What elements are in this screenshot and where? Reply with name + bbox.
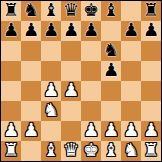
square-h3[interactable] (141, 101, 161, 121)
square-g4[interactable] (121, 81, 141, 101)
white-pawn-icon: ♟ (123, 121, 139, 140)
square-g8[interactable] (121, 1, 141, 21)
square-e1[interactable]: ♚ (81, 141, 101, 161)
square-e7[interactable]: ♟ (81, 21, 101, 41)
square-e4[interactable] (81, 81, 101, 101)
square-b8[interactable]: ♞ (21, 1, 41, 21)
square-e5[interactable] (81, 61, 101, 81)
square-e3[interactable] (81, 101, 101, 121)
black-pawn-icon: ♟ (143, 21, 159, 40)
square-c5[interactable] (41, 61, 61, 81)
black-knight-icon: ♞ (23, 1, 39, 20)
black-bishop-icon: ♝ (103, 1, 119, 20)
square-d4[interactable]: ♟ (61, 81, 81, 101)
square-h7[interactable]: ♟ (141, 21, 161, 41)
square-a6[interactable] (1, 41, 21, 61)
white-pawn-icon: ♟ (143, 121, 159, 140)
square-b4[interactable] (21, 81, 41, 101)
square-a8[interactable]: ♜ (1, 1, 21, 21)
white-pawn-icon: ♟ (43, 81, 59, 100)
white-pawn-icon: ♟ (103, 121, 119, 140)
square-b7[interactable]: ♟ (21, 21, 41, 41)
black-pawn-icon: ♟ (103, 61, 119, 80)
black-pawn-icon: ♟ (3, 21, 19, 40)
square-c1[interactable]: ♝ (41, 141, 61, 161)
square-g7[interactable]: ♟ (121, 21, 141, 41)
square-d6[interactable] (61, 41, 81, 61)
square-b1[interactable] (21, 141, 41, 161)
square-f8[interactable]: ♝ (101, 1, 121, 21)
black-pawn-icon: ♟ (63, 21, 79, 40)
white-pawn-icon: ♟ (83, 121, 99, 140)
white-pawn-icon: ♟ (63, 81, 79, 100)
square-g6[interactable] (121, 41, 141, 61)
square-b6[interactable] (21, 41, 41, 61)
black-pawn-icon: ♟ (83, 21, 99, 40)
square-h5[interactable] (141, 61, 161, 81)
chess-board: ♜♞♝♛♚♝♜♟♟♟♟♟♟♟♞♟♟♟♞♟♟♟♟♟♟♜♝♛♚♝♞♜ (0, 0, 162, 162)
square-f6[interactable]: ♞ (101, 41, 121, 61)
white-queen-icon: ♛ (63, 141, 79, 160)
white-knight-icon: ♞ (123, 141, 139, 160)
square-b3[interactable] (21, 101, 41, 121)
black-rook-icon: ♜ (143, 1, 159, 20)
square-g2[interactable]: ♟ (121, 121, 141, 141)
square-d2[interactable] (61, 121, 81, 141)
white-king-icon: ♚ (83, 141, 99, 160)
square-a3[interactable] (1, 101, 21, 121)
square-f3[interactable] (101, 101, 121, 121)
square-b2[interactable]: ♟ (21, 121, 41, 141)
white-pawn-icon: ♟ (23, 121, 39, 140)
square-g5[interactable] (121, 61, 141, 81)
white-bishop-icon: ♝ (43, 141, 59, 160)
square-e6[interactable] (81, 41, 101, 61)
black-knight-icon: ♞ (103, 41, 119, 60)
square-d8[interactable]: ♛ (61, 1, 81, 21)
square-d3[interactable] (61, 101, 81, 121)
square-d1[interactable]: ♛ (61, 141, 81, 161)
white-rook-icon: ♜ (143, 141, 159, 160)
square-a2[interactable]: ♟ (1, 121, 21, 141)
square-e8[interactable]: ♚ (81, 1, 101, 21)
square-f4[interactable] (101, 81, 121, 101)
white-rook-icon: ♜ (3, 141, 19, 160)
square-h6[interactable] (141, 41, 161, 61)
square-f2[interactable]: ♟ (101, 121, 121, 141)
square-c7[interactable]: ♟ (41, 21, 61, 41)
square-c4[interactable]: ♟ (41, 81, 61, 101)
black-pawn-icon: ♟ (123, 21, 139, 40)
square-d5[interactable] (61, 61, 81, 81)
square-c8[interactable]: ♝ (41, 1, 61, 21)
white-knight-icon: ♞ (43, 101, 59, 120)
black-rook-icon: ♜ (3, 1, 19, 20)
square-h4[interactable] (141, 81, 161, 101)
square-g1[interactable]: ♞ (121, 141, 141, 161)
square-a4[interactable] (1, 81, 21, 101)
white-bishop-icon: ♝ (103, 141, 119, 160)
square-d7[interactable]: ♟ (61, 21, 81, 41)
square-f1[interactable]: ♝ (101, 141, 121, 161)
square-c3[interactable]: ♞ (41, 101, 61, 121)
square-g3[interactable] (121, 101, 141, 121)
black-bishop-icon: ♝ (43, 1, 59, 20)
square-a1[interactable]: ♜ (1, 141, 21, 161)
square-h2[interactable]: ♟ (141, 121, 161, 141)
black-pawn-icon: ♟ (23, 21, 39, 40)
square-c6[interactable] (41, 41, 61, 61)
black-king-icon: ♚ (83, 1, 99, 20)
black-queen-icon: ♛ (63, 1, 79, 20)
black-pawn-icon: ♟ (43, 21, 59, 40)
square-h8[interactable]: ♜ (141, 1, 161, 21)
white-pawn-icon: ♟ (3, 121, 19, 140)
square-b5[interactable] (21, 61, 41, 81)
square-h1[interactable]: ♜ (141, 141, 161, 161)
square-a5[interactable] (1, 61, 21, 81)
square-e2[interactable]: ♟ (81, 121, 101, 141)
square-f5[interactable]: ♟ (101, 61, 121, 81)
square-c2[interactable] (41, 121, 61, 141)
square-a7[interactable]: ♟ (1, 21, 21, 41)
square-f7[interactable] (101, 21, 121, 41)
